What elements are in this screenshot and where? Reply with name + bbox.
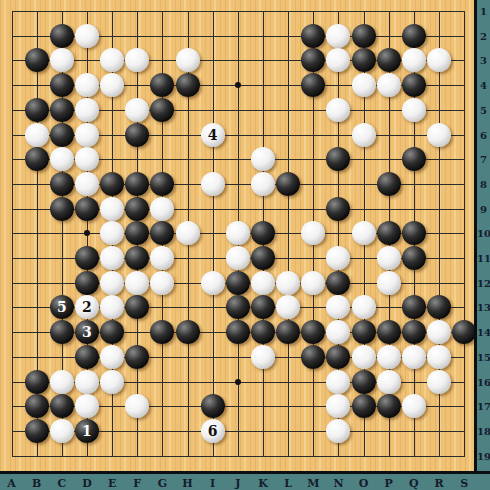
move-number-label: 6 [208,424,218,438]
stone-white-P4[interactable] [377,73,401,97]
stone-white-J11[interactable] [226,246,250,270]
row-label-13: 13 [477,302,490,313]
stone-white-N18[interactable] [326,419,350,443]
stone-white-E12[interactable] [100,271,124,295]
column-label-Q: Q [409,477,419,490]
stone-black-C8[interactable] [50,172,74,196]
stone-black-H4[interactable] [176,73,200,97]
stone-black-G14[interactable] [150,320,174,344]
stone-white-I6[interactable]: 4 [201,123,225,147]
stone-white-Q3[interactable] [402,48,426,72]
stone-black-D15[interactable] [75,345,99,369]
stone-white-D7[interactable] [75,147,99,171]
stone-black-C4[interactable] [50,73,74,97]
stone-black-O2[interactable] [352,24,376,48]
stone-black-O16[interactable] [352,370,376,394]
stone-black-C13[interactable]: 5 [50,295,74,319]
stone-black-D14[interactable]: 3 [75,320,99,344]
stone-black-P8[interactable] [377,172,401,196]
column-label-D: D [82,477,92,490]
stone-white-E13[interactable] [100,295,124,319]
stone-black-Q14[interactable] [402,320,426,344]
row-label-17: 17 [477,401,490,412]
stone-black-K13[interactable] [251,295,275,319]
stone-black-C17[interactable] [50,394,74,418]
stone-black-K11[interactable] [251,246,275,270]
stone-black-O3[interactable] [352,48,376,72]
stone-white-E9[interactable] [100,197,124,221]
stone-black-N15[interactable] [326,345,350,369]
stone-white-I18[interactable]: 6 [201,419,225,443]
stone-black-F9[interactable] [125,197,149,221]
stone-white-D2[interactable] [75,24,99,48]
stone-white-N2[interactable] [326,24,350,48]
stone-white-H3[interactable] [176,48,200,72]
row-label-5: 5 [477,104,490,115]
column-label-J: J [235,477,240,490]
row-label-11: 11 [477,253,490,264]
star-point [84,230,90,236]
stone-white-C7[interactable] [50,147,74,171]
stone-white-R16[interactable] [427,370,451,394]
star-point [235,379,241,385]
stone-white-E15[interactable] [100,345,124,369]
column-label-K: K [258,477,268,490]
stone-black-P14[interactable] [377,320,401,344]
stone-white-P15[interactable] [377,345,401,369]
stone-black-Q10[interactable] [402,221,426,245]
row-labels-strip: 12345678910111213141516171819 [474,0,490,471]
stone-black-I17[interactable] [201,394,225,418]
stone-black-C9[interactable] [50,197,74,221]
column-label-R: R [434,477,443,490]
stone-black-F8[interactable] [125,172,149,196]
stone-black-D11[interactable] [75,246,99,270]
column-label-S: S [460,477,468,490]
stone-black-Q13[interactable] [402,295,426,319]
stone-black-J13[interactable] [226,295,250,319]
stone-black-M14[interactable] [301,320,325,344]
stone-black-N12[interactable] [326,271,350,295]
move-number-label: 4 [208,128,218,142]
row-label-18: 18 [477,425,490,436]
column-label-C: C [57,477,66,490]
stone-black-B18[interactable] [25,419,49,443]
stone-black-G10[interactable] [150,221,174,245]
stone-white-L12[interactable] [276,271,300,295]
stone-white-L13[interactable] [276,295,300,319]
stone-white-C3[interactable] [50,48,74,72]
stone-white-Q15[interactable] [402,345,426,369]
grid-line-horizontal [12,456,466,457]
stone-black-N7[interactable] [326,147,350,171]
stone-white-R14[interactable] [427,320,451,344]
stone-white-G12[interactable] [150,271,174,295]
stone-white-O4[interactable] [352,73,376,97]
stone-white-R15[interactable] [427,345,451,369]
stone-black-C6[interactable] [50,123,74,147]
row-label-16: 16 [477,376,490,387]
stone-black-M4[interactable] [301,73,325,97]
stone-black-K14[interactable] [251,320,275,344]
stone-black-K10[interactable] [251,221,275,245]
column-label-N: N [333,477,343,490]
stone-white-D8[interactable] [75,172,99,196]
row-label-12: 12 [477,277,490,288]
stone-white-F17[interactable] [125,394,149,418]
stone-white-O15[interactable] [352,345,376,369]
row-label-6: 6 [477,129,490,140]
column-label-I: I [210,477,215,490]
stone-black-B5[interactable] [25,98,49,122]
stone-white-O6[interactable] [352,123,376,147]
stone-black-D12[interactable] [75,271,99,295]
stone-white-I12[interactable] [201,271,225,295]
stone-black-D9[interactable] [75,197,99,221]
stone-white-D16[interactable] [75,370,99,394]
stone-white-K15[interactable] [251,345,275,369]
stone-white-R6[interactable] [427,123,451,147]
row-label-7: 7 [477,154,490,165]
stone-black-B7[interactable] [25,147,49,171]
row-label-9: 9 [477,203,490,214]
column-label-E: E [108,477,116,490]
stone-black-O17[interactable] [352,394,376,418]
stone-white-E4[interactable] [100,73,124,97]
stone-white-D6[interactable] [75,123,99,147]
stone-black-N9[interactable] [326,197,350,221]
stone-black-H14[interactable] [176,320,200,344]
stone-white-G9[interactable] [150,197,174,221]
stone-white-N16[interactable] [326,370,350,394]
stone-white-O13[interactable] [352,295,376,319]
move-number-label: 5 [57,300,67,314]
stone-black-F15[interactable] [125,345,149,369]
stone-white-P12[interactable] [377,271,401,295]
column-label-L: L [284,477,292,490]
row-label-14: 14 [477,327,490,338]
stone-white-E10[interactable] [100,221,124,245]
stone-black-B3[interactable] [25,48,49,72]
stone-white-N17[interactable] [326,394,350,418]
column-label-B: B [32,477,41,490]
stone-white-C18[interactable] [50,419,74,443]
column-label-A: A [7,477,16,490]
row-label-8: 8 [477,178,490,189]
row-label-19: 19 [477,450,490,461]
stone-white-E11[interactable] [100,246,124,270]
stone-white-M10[interactable] [301,221,325,245]
stone-white-M12[interactable] [301,271,325,295]
row-label-15: 15 [477,351,490,362]
stone-black-M15[interactable] [301,345,325,369]
row-label-4: 4 [477,80,490,91]
stone-white-C16[interactable] [50,370,74,394]
column-label-G: G [158,477,167,490]
move-number-label: 1 [82,424,92,438]
stone-white-E3[interactable] [100,48,124,72]
stone-black-L14[interactable] [276,320,300,344]
stone-white-E16[interactable] [100,370,124,394]
stone-white-F12[interactable] [125,271,149,295]
go-board-screen: 452316 ABCDEFGHIJKLMNOPQRS 1234567891011… [0,0,490,490]
stone-black-Q11[interactable] [402,246,426,270]
stone-black-R13[interactable] [427,295,451,319]
row-label-1: 1 [477,6,490,17]
stone-white-N13[interactable] [326,295,350,319]
star-point [235,82,241,88]
stone-black-Q7[interactable] [402,147,426,171]
grid-line-vertical [464,11,465,457]
stone-white-D13[interactable]: 2 [75,295,99,319]
column-label-O: O [359,477,369,490]
stone-black-P10[interactable] [377,221,401,245]
stone-black-J12[interactable] [226,271,250,295]
stone-black-F13[interactable] [125,295,149,319]
stone-black-P3[interactable] [377,48,401,72]
move-number-label: 3 [82,325,92,339]
stone-white-G11[interactable] [150,246,174,270]
stone-black-C14[interactable] [50,320,74,344]
stone-black-B17[interactable] [25,394,49,418]
stone-white-F5[interactable] [125,98,149,122]
stone-black-M2[interactable] [301,24,325,48]
stone-white-P11[interactable] [377,246,401,270]
stone-white-I8[interactable] [201,172,225,196]
stone-white-D4[interactable] [75,73,99,97]
stone-black-P17[interactable] [377,394,401,418]
column-label-P: P [385,477,393,490]
stone-black-F6[interactable] [125,123,149,147]
stone-black-C2[interactable] [50,24,74,48]
stone-black-Q4[interactable] [402,73,426,97]
stone-white-Q17[interactable] [402,394,426,418]
column-labels-strip: ABCDEFGHIJKLMNOPQRS [0,471,490,490]
stone-white-N11[interactable] [326,246,350,270]
stone-black-Q2[interactable] [402,24,426,48]
stone-white-H10[interactable] [176,221,200,245]
stone-black-F11[interactable] [125,246,149,270]
stone-black-E8[interactable] [100,172,124,196]
stone-white-K8[interactable] [251,172,275,196]
stone-white-F3[interactable] [125,48,149,72]
stone-white-N14[interactable] [326,320,350,344]
stone-black-G5[interactable] [150,98,174,122]
column-label-F: F [133,477,141,490]
stone-white-B6[interactable] [25,123,49,147]
stone-black-C5[interactable] [50,98,74,122]
row-label-10: 10 [477,228,490,239]
column-label-M: M [307,477,319,490]
stone-black-L8[interactable] [276,172,300,196]
stone-white-O10[interactable] [352,221,376,245]
stone-white-J10[interactable] [226,221,250,245]
stone-white-N5[interactable] [326,98,350,122]
stone-white-Q5[interactable] [402,98,426,122]
stone-black-S14[interactable] [452,320,476,344]
stone-white-K12[interactable] [251,271,275,295]
stone-black-J14[interactable] [226,320,250,344]
grid-line-vertical [288,11,289,457]
move-number-label: 2 [82,300,92,314]
stone-black-M3[interactable] [301,48,325,72]
row-label-2: 2 [477,30,490,41]
column-label-H: H [182,477,192,490]
stone-black-G4[interactable] [150,73,174,97]
stone-black-B16[interactable] [25,370,49,394]
row-label-3: 3 [477,55,490,66]
stone-black-F10[interactable] [125,221,149,245]
stone-white-P16[interactable] [377,370,401,394]
stone-white-N3[interactable] [326,48,350,72]
stone-black-E14[interactable] [100,320,124,344]
stone-white-D5[interactable] [75,98,99,122]
stone-white-D17[interactable] [75,394,99,418]
stone-black-O14[interactable] [352,320,376,344]
stone-white-K7[interactable] [251,147,275,171]
stone-black-G8[interactable] [150,172,174,196]
stone-white-R3[interactable] [427,48,451,72]
stone-black-D18[interactable]: 1 [75,419,99,443]
